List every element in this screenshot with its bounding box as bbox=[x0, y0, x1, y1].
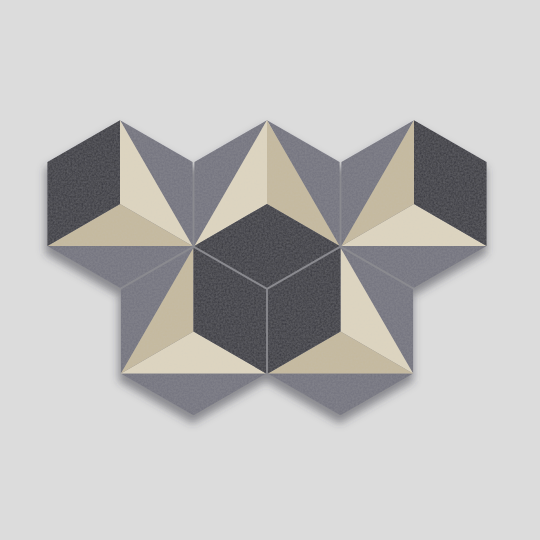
tile-product-photo: Five hexagonal encaustic cement tiles wi… bbox=[0, 0, 540, 540]
tile-mosaic bbox=[0, 0, 540, 540]
